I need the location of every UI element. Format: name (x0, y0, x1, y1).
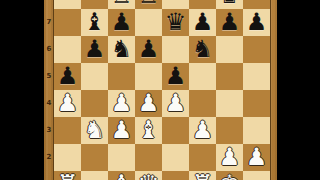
square-b3[interactable]: ♞ (81, 117, 108, 144)
square-e1[interactable] (162, 171, 189, 180)
square-a7[interactable] (54, 9, 81, 36)
rank-label-4: 4 (44, 98, 54, 108)
square-d5[interactable] (135, 63, 162, 90)
square-a5[interactable]: ♟ (54, 63, 81, 90)
white-pawn-e4[interactable]: ♟ (165, 90, 187, 117)
square-e7[interactable]: ♛ (162, 9, 189, 36)
white-pawn-c3[interactable]: ♟ (111, 117, 133, 144)
square-d1[interactable]: ♛ (135, 171, 162, 180)
square-f1[interactable]: ♜ (189, 171, 216, 180)
rank-label-6: 6 (44, 44, 54, 54)
square-h3[interactable] (243, 117, 270, 144)
black-queen-e7[interactable]: ♛ (165, 9, 187, 36)
square-a8[interactable] (54, 0, 81, 9)
square-f5[interactable] (189, 63, 216, 90)
square-g1[interactable]: ♚ (216, 171, 243, 180)
letterbox-left-bar (0, 0, 44, 180)
square-h7[interactable]: ♟ (243, 9, 270, 36)
square-a6[interactable] (54, 36, 81, 63)
white-rook-f1[interactable]: ♜ (192, 171, 214, 180)
square-g4[interactable] (216, 90, 243, 117)
square-b4[interactable] (81, 90, 108, 117)
square-c5[interactable] (108, 63, 135, 90)
white-pawn-h2[interactable]: ♟ (246, 144, 268, 171)
square-h4[interactable] (243, 90, 270, 117)
black-rook-d8[interactable]: ♜ (138, 0, 160, 9)
video-frame: ♜♜♚♝♟♛♟♟♟♟♞♟♞♟♟♟♟♟♟♞♟♝♟♟♟♜♝♛♜♚ 765432 (0, 0, 320, 180)
white-king-g1[interactable]: ♚ (219, 171, 241, 180)
white-knight-b3[interactable]: ♞ (84, 117, 106, 144)
square-c2[interactable] (108, 144, 135, 171)
black-pawn-e5[interactable]: ♟ (165, 63, 187, 90)
black-knight-c6[interactable]: ♞ (111, 36, 133, 63)
square-f2[interactable] (189, 144, 216, 171)
white-pawn-d4[interactable]: ♟ (138, 90, 160, 117)
board-frame: ♜♜♚♝♟♛♟♟♟♟♞♟♞♟♟♟♟♟♟♞♟♝♟♟♟♜♝♛♜♚ 765432 (44, 0, 277, 180)
white-rook-a1[interactable]: ♜ (57, 171, 79, 180)
white-queen-d1[interactable]: ♛ (138, 171, 160, 180)
square-a4[interactable]: ♟ (54, 90, 81, 117)
black-pawn-f7[interactable]: ♟ (192, 9, 214, 36)
white-pawn-f3[interactable]: ♟ (192, 117, 214, 144)
black-bishop-b7[interactable]: ♝ (84, 9, 106, 36)
square-h2[interactable]: ♟ (243, 144, 270, 171)
black-pawn-b6[interactable]: ♟ (84, 36, 106, 63)
square-c4[interactable]: ♟ (108, 90, 135, 117)
square-f7[interactable]: ♟ (189, 9, 216, 36)
square-a2[interactable] (54, 144, 81, 171)
white-pawn-c4[interactable]: ♟ (111, 90, 133, 117)
square-h6[interactable] (243, 36, 270, 63)
black-pawn-d6[interactable]: ♟ (138, 36, 160, 63)
black-pawn-h7[interactable]: ♟ (246, 9, 268, 36)
square-e2[interactable] (162, 144, 189, 171)
square-g2[interactable]: ♟ (216, 144, 243, 171)
square-g5[interactable] (216, 63, 243, 90)
rank-label-2: 2 (44, 152, 54, 162)
square-h1[interactable] (243, 171, 270, 180)
square-c7[interactable]: ♟ (108, 9, 135, 36)
black-pawn-c7[interactable]: ♟ (111, 9, 133, 36)
board-squares: ♜♜♚♝♟♛♟♟♟♟♞♟♞♟♟♟♟♟♟♞♟♝♟♟♟♜♝♛♜♚ (54, 0, 270, 180)
white-pawn-g2[interactable]: ♟ (219, 144, 241, 171)
square-g3[interactable] (216, 117, 243, 144)
white-bishop-d3[interactable]: ♝ (138, 117, 160, 144)
square-b2[interactable] (81, 144, 108, 171)
square-c6[interactable]: ♞ (108, 36, 135, 63)
black-pawn-a5[interactable]: ♟ (57, 63, 79, 90)
black-pawn-g7[interactable]: ♟ (219, 9, 241, 36)
square-e6[interactable] (162, 36, 189, 63)
square-e3[interactable] (162, 117, 189, 144)
square-g6[interactable] (216, 36, 243, 63)
square-b5[interactable] (81, 63, 108, 90)
square-b6[interactable]: ♟ (81, 36, 108, 63)
square-b1[interactable] (81, 171, 108, 180)
square-a3[interactable] (54, 117, 81, 144)
rank-label-3: 3 (44, 125, 54, 135)
square-c1[interactable]: ♝ (108, 171, 135, 180)
square-d2[interactable] (135, 144, 162, 171)
square-d4[interactable]: ♟ (135, 90, 162, 117)
square-d6[interactable]: ♟ (135, 36, 162, 63)
square-h5[interactable] (243, 63, 270, 90)
square-b7[interactable]: ♝ (81, 9, 108, 36)
square-c3[interactable]: ♟ (108, 117, 135, 144)
white-pawn-a4[interactable]: ♟ (57, 90, 79, 117)
rank-label-5: 5 (44, 71, 54, 81)
square-a1[interactable]: ♜ (54, 171, 81, 180)
white-bishop-c1[interactable]: ♝ (111, 171, 133, 180)
square-e4[interactable]: ♟ (162, 90, 189, 117)
square-e5[interactable]: ♟ (162, 63, 189, 90)
square-f6[interactable]: ♞ (189, 36, 216, 63)
square-g7[interactable]: ♟ (216, 9, 243, 36)
square-d7[interactable] (135, 9, 162, 36)
square-f3[interactable]: ♟ (189, 117, 216, 144)
square-d3[interactable]: ♝ (135, 117, 162, 144)
rank-label-7: 7 (44, 17, 54, 27)
letterbox-right-bar (277, 0, 320, 180)
square-f4[interactable] (189, 90, 216, 117)
square-d8[interactable]: ♜ (135, 0, 162, 9)
black-knight-f6[interactable]: ♞ (192, 36, 214, 63)
